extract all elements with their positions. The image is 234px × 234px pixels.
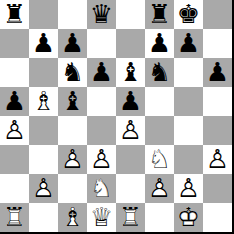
- piece-glyph-outline: ♗: [58, 203, 87, 232]
- square-h6[interactable]: ♟: [203, 58, 232, 87]
- white-pawn-e4[interactable]: ♟♙: [116, 116, 145, 145]
- white-pawn-a4[interactable]: ♟♙: [0, 116, 29, 145]
- black-pawn-c7[interactable]: ♟: [58, 29, 87, 58]
- square-g2[interactable]: ♟♙: [174, 174, 203, 203]
- piece-glyph-outline: ♙: [29, 174, 58, 203]
- square-f7[interactable]: ♟: [145, 29, 174, 58]
- square-c3[interactable]: ♟♙: [58, 145, 87, 174]
- piece-glyph: ♟: [145, 29, 174, 58]
- square-e7[interactable]: [116, 29, 145, 58]
- black-pawn-h6[interactable]: ♟: [203, 58, 232, 87]
- square-d5[interactable]: [87, 87, 116, 116]
- black-pawn-g7[interactable]: ♟: [174, 29, 203, 58]
- black-pawn-d6[interactable]: ♟: [87, 58, 116, 87]
- white-pawn-f2[interactable]: ♟♙: [145, 174, 174, 203]
- square-f3[interactable]: ♞♘: [145, 145, 174, 174]
- square-e6[interactable]: ♝: [116, 58, 145, 87]
- piece-glyph: ♜: [145, 0, 174, 29]
- square-e5[interactable]: ♟: [116, 87, 145, 116]
- piece-glyph: ♝: [116, 58, 145, 87]
- piece-glyph: ♟: [203, 58, 232, 87]
- black-knight-c6[interactable]: ♞: [58, 58, 87, 87]
- piece-glyph-outline: ♘: [87, 174, 116, 203]
- square-a5[interactable]: ♟: [0, 87, 29, 116]
- square-b3[interactable]: [29, 145, 58, 174]
- chess-board: ♜♛♜♚♟♟♟♟♞♟♝♞♟♟♝♗♝♟♟♙♟♙♟♙♟♙♞♘♟♙♟♙♞♘♟♙♟♙♜♖…: [0, 0, 234, 234]
- piece-glyph-outline: ♖: [116, 203, 145, 232]
- square-h1[interactable]: [203, 203, 232, 232]
- piece-glyph-outline: ♙: [203, 145, 232, 174]
- square-d8[interactable]: ♛: [87, 0, 116, 29]
- square-g6[interactable]: [174, 58, 203, 87]
- piece-glyph-outline: ♗: [29, 87, 58, 116]
- square-d6[interactable]: ♟: [87, 58, 116, 87]
- square-g4[interactable]: [174, 116, 203, 145]
- square-c7[interactable]: ♟: [58, 29, 87, 58]
- square-e3[interactable]: [116, 145, 145, 174]
- square-h5[interactable]: [203, 87, 232, 116]
- piece-glyph: ♜: [0, 0, 29, 29]
- piece-glyph: ♝: [58, 87, 87, 116]
- white-bishop-b5[interactable]: ♝♗: [29, 87, 58, 116]
- white-rook-a1[interactable]: ♜♖: [0, 203, 29, 232]
- white-bishop-c1[interactable]: ♝♗: [58, 203, 87, 232]
- square-f2[interactable]: ♟♙: [145, 174, 174, 203]
- square-b6[interactable]: [29, 58, 58, 87]
- square-e4[interactable]: ♟♙: [116, 116, 145, 145]
- black-pawn-e5[interactable]: ♟: [116, 87, 145, 116]
- square-e2[interactable]: [116, 174, 145, 203]
- black-bishop-c5[interactable]: ♝: [58, 87, 87, 116]
- square-e8[interactable]: [116, 0, 145, 29]
- square-a6[interactable]: [0, 58, 29, 87]
- white-pawn-b2[interactable]: ♟♙: [29, 174, 58, 203]
- square-c4[interactable]: [58, 116, 87, 145]
- piece-glyph: ♟: [174, 29, 203, 58]
- square-b4[interactable]: [29, 116, 58, 145]
- white-knight-f3[interactable]: ♞♘: [145, 145, 174, 174]
- square-b2[interactable]: ♟♙: [29, 174, 58, 203]
- black-rook-f8[interactable]: ♜: [145, 0, 174, 29]
- white-rook-e1[interactable]: ♜♖: [116, 203, 145, 232]
- square-d1[interactable]: ♛♕: [87, 203, 116, 232]
- square-c1[interactable]: ♝♗: [58, 203, 87, 232]
- white-pawn-d3[interactable]: ♟♙: [87, 145, 116, 174]
- square-h2[interactable]: [203, 174, 232, 203]
- black-knight-f6[interactable]: ♞: [145, 58, 174, 87]
- square-d7[interactable]: [87, 29, 116, 58]
- square-b5[interactable]: ♝♗: [29, 87, 58, 116]
- piece-glyph-outline: ♔: [174, 203, 203, 232]
- piece-glyph: ♟: [58, 29, 87, 58]
- piece-glyph-outline: ♖: [0, 203, 29, 232]
- square-a1[interactable]: ♜♖: [0, 203, 29, 232]
- black-rook-a8[interactable]: ♜: [0, 0, 29, 29]
- square-c6[interactable]: ♞: [58, 58, 87, 87]
- piece-glyph-outline: ♙: [174, 174, 203, 203]
- piece-glyph: ♟: [116, 87, 145, 116]
- square-b7[interactable]: ♟: [29, 29, 58, 58]
- square-f8[interactable]: ♜: [145, 0, 174, 29]
- piece-glyph-outline: ♘: [145, 145, 174, 174]
- piece-glyph: ♟: [29, 29, 58, 58]
- square-f1[interactable]: [145, 203, 174, 232]
- white-pawn-h3[interactable]: ♟♙: [203, 145, 232, 174]
- white-pawn-g2[interactable]: ♟♙: [174, 174, 203, 203]
- white-king-g1[interactable]: ♚♔: [174, 203, 203, 232]
- square-h3[interactable]: ♟♙: [203, 145, 232, 174]
- square-d3[interactable]: ♟♙: [87, 145, 116, 174]
- white-knight-d2[interactable]: ♞♘: [87, 174, 116, 203]
- piece-glyph-outline: ♙: [58, 145, 87, 174]
- white-queen-d1[interactable]: ♛♕: [87, 203, 116, 232]
- black-bishop-e6[interactable]: ♝: [116, 58, 145, 87]
- square-a4[interactable]: ♟♙: [0, 116, 29, 145]
- square-f5[interactable]: [145, 87, 174, 116]
- square-a3[interactable]: [0, 145, 29, 174]
- square-g7[interactable]: ♟: [174, 29, 203, 58]
- square-b8[interactable]: [29, 0, 58, 29]
- square-h8[interactable]: [203, 0, 232, 29]
- square-g1[interactable]: ♚♔: [174, 203, 203, 232]
- black-pawn-f7[interactable]: ♟: [145, 29, 174, 58]
- piece-glyph-outline: ♕: [87, 203, 116, 232]
- square-e1[interactable]: ♜♖: [116, 203, 145, 232]
- white-pawn-c3[interactable]: ♟♙: [58, 145, 87, 174]
- square-g3[interactable]: [174, 145, 203, 174]
- square-c5[interactable]: ♝: [58, 87, 87, 116]
- square-b1[interactable]: [29, 203, 58, 232]
- piece-glyph-outline: ♙: [145, 174, 174, 203]
- square-c2[interactable]: [58, 174, 87, 203]
- square-d4[interactable]: [87, 116, 116, 145]
- square-a2[interactable]: [0, 174, 29, 203]
- square-g8[interactable]: ♚: [174, 0, 203, 29]
- black-queen-d8[interactable]: ♛: [87, 0, 116, 29]
- square-f6[interactable]: ♞: [145, 58, 174, 87]
- piece-glyph: ♛: [87, 0, 116, 29]
- square-f4[interactable]: [145, 116, 174, 145]
- piece-glyph-outline: ♙: [87, 145, 116, 174]
- piece-glyph: ♞: [145, 58, 174, 87]
- square-a8[interactable]: ♜: [0, 0, 29, 29]
- black-king-g8[interactable]: ♚: [174, 0, 203, 29]
- square-c8[interactable]: [58, 0, 87, 29]
- square-h4[interactable]: [203, 116, 232, 145]
- piece-glyph: ♚: [174, 0, 203, 29]
- square-h7[interactable]: [203, 29, 232, 58]
- piece-glyph: ♞: [58, 58, 87, 87]
- square-d2[interactable]: ♞♘: [87, 174, 116, 203]
- piece-glyph-outline: ♙: [0, 116, 29, 145]
- piece-glyph: ♟: [0, 87, 29, 116]
- square-g5[interactable]: [174, 87, 203, 116]
- piece-glyph: ♟: [87, 58, 116, 87]
- square-a7[interactable]: [0, 29, 29, 58]
- piece-glyph-outline: ♙: [116, 116, 145, 145]
- black-pawn-a5[interactable]: ♟: [0, 87, 29, 116]
- black-pawn-b7[interactable]: ♟: [29, 29, 58, 58]
